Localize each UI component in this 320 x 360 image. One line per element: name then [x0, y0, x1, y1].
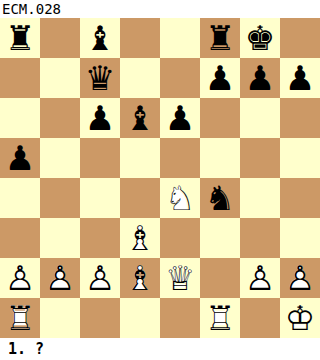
piece-white-king: ♚♔ — [280, 298, 320, 338]
page-title: ECM.028 — [0, 0, 320, 18]
square-f3[interactable] — [200, 218, 240, 258]
square-b4[interactable] — [40, 178, 80, 218]
square-h6[interactable] — [280, 98, 320, 138]
square-e7[interactable] — [160, 58, 200, 98]
square-h1[interactable]: ♚♔ — [280, 298, 320, 338]
square-h5[interactable] — [280, 138, 320, 178]
piece-black-pawn: ♟ — [240, 58, 280, 98]
piece-black-pawn: ♟ — [80, 98, 120, 138]
square-e1[interactable] — [160, 298, 200, 338]
square-a3[interactable] — [0, 218, 40, 258]
piece-black-rook: ♜ — [200, 18, 240, 58]
square-b5[interactable] — [40, 138, 80, 178]
square-d6[interactable]: ♝ — [120, 98, 160, 138]
square-a8[interactable]: ♜ — [0, 18, 40, 58]
square-f1[interactable]: ♜♖ — [200, 298, 240, 338]
piece-black-queen: ♛ — [80, 58, 120, 98]
square-f2[interactable] — [200, 258, 240, 298]
piece-black-knight: ♞ — [200, 178, 240, 218]
square-b7[interactable] — [40, 58, 80, 98]
square-f5[interactable] — [200, 138, 240, 178]
square-g4[interactable] — [240, 178, 280, 218]
square-f4[interactable]: ♞ — [200, 178, 240, 218]
square-h3[interactable] — [280, 218, 320, 258]
square-a6[interactable] — [0, 98, 40, 138]
piece-black-bishop: ♝ — [120, 98, 160, 138]
piece-black-king: ♚ — [240, 18, 280, 58]
square-a7[interactable] — [0, 58, 40, 98]
square-g2[interactable]: ♟♙ — [240, 258, 280, 298]
piece-black-pawn: ♟ — [200, 58, 240, 98]
square-d5[interactable] — [120, 138, 160, 178]
chess-board: ♜♝♜♚♛♟♟♟♟♝♟♟♞♘♞♝♗♟♙♟♙♟♙♝♗♛♕♟♙♟♙♜♖♜♖♚♔ — [0, 18, 320, 338]
square-b6[interactable] — [40, 98, 80, 138]
square-d7[interactable] — [120, 58, 160, 98]
square-a2[interactable]: ♟♙ — [0, 258, 40, 298]
square-h7[interactable]: ♟ — [280, 58, 320, 98]
piece-white-knight: ♞♘ — [160, 178, 200, 218]
square-d4[interactable] — [120, 178, 160, 218]
square-a1[interactable]: ♜♖ — [0, 298, 40, 338]
piece-black-pawn: ♟ — [160, 98, 200, 138]
square-c6[interactable]: ♟ — [80, 98, 120, 138]
square-d1[interactable] — [120, 298, 160, 338]
square-e5[interactable] — [160, 138, 200, 178]
piece-white-pawn: ♟♙ — [80, 258, 120, 298]
piece-white-rook: ♜♖ — [200, 298, 240, 338]
piece-white-queen: ♛♕ — [160, 258, 200, 298]
square-f8[interactable]: ♜ — [200, 18, 240, 58]
square-f7[interactable]: ♟ — [200, 58, 240, 98]
piece-white-bishop: ♝♗ — [120, 258, 160, 298]
piece-white-pawn: ♟♙ — [40, 258, 80, 298]
square-c1[interactable] — [80, 298, 120, 338]
square-c3[interactable] — [80, 218, 120, 258]
piece-white-pawn: ♟♙ — [240, 258, 280, 298]
square-e6[interactable]: ♟ — [160, 98, 200, 138]
square-b1[interactable] — [40, 298, 80, 338]
piece-white-pawn: ♟♙ — [0, 258, 40, 298]
square-b2[interactable]: ♟♙ — [40, 258, 80, 298]
square-d8[interactable] — [120, 18, 160, 58]
square-g3[interactable] — [240, 218, 280, 258]
square-h4[interactable] — [280, 178, 320, 218]
move-prompt: 1. ? — [0, 338, 320, 360]
piece-white-bishop: ♝♗ — [120, 218, 160, 258]
square-a5[interactable]: ♟ — [0, 138, 40, 178]
square-b8[interactable] — [40, 18, 80, 58]
piece-black-bishop: ♝ — [80, 18, 120, 58]
chess-app-window: ECM.028 ♜♝♜♚♛♟♟♟♟♝♟♟♞♘♞♝♗♟♙♟♙♟♙♝♗♛♕♟♙♟♙♜… — [0, 0, 320, 360]
square-e3[interactable] — [160, 218, 200, 258]
piece-black-rook: ♜ — [0, 18, 40, 58]
piece-white-rook: ♜♖ — [0, 298, 40, 338]
square-e2[interactable]: ♛♕ — [160, 258, 200, 298]
square-e8[interactable] — [160, 18, 200, 58]
square-h2[interactable]: ♟♙ — [280, 258, 320, 298]
square-e4[interactable]: ♞♘ — [160, 178, 200, 218]
square-c7[interactable]: ♛ — [80, 58, 120, 98]
piece-black-pawn: ♟ — [280, 58, 320, 98]
square-d3[interactable]: ♝♗ — [120, 218, 160, 258]
piece-black-pawn: ♟ — [0, 138, 40, 178]
piece-white-pawn: ♟♙ — [280, 258, 320, 298]
square-a4[interactable] — [0, 178, 40, 218]
square-h8[interactable] — [280, 18, 320, 58]
square-c5[interactable] — [80, 138, 120, 178]
square-g6[interactable] — [240, 98, 280, 138]
square-g5[interactable] — [240, 138, 280, 178]
square-c2[interactable]: ♟♙ — [80, 258, 120, 298]
square-c8[interactable]: ♝ — [80, 18, 120, 58]
square-f6[interactable] — [200, 98, 240, 138]
square-g1[interactable] — [240, 298, 280, 338]
square-g7[interactable]: ♟ — [240, 58, 280, 98]
square-g8[interactable]: ♚ — [240, 18, 280, 58]
square-c4[interactable] — [80, 178, 120, 218]
square-b3[interactable] — [40, 218, 80, 258]
square-d2[interactable]: ♝♗ — [120, 258, 160, 298]
